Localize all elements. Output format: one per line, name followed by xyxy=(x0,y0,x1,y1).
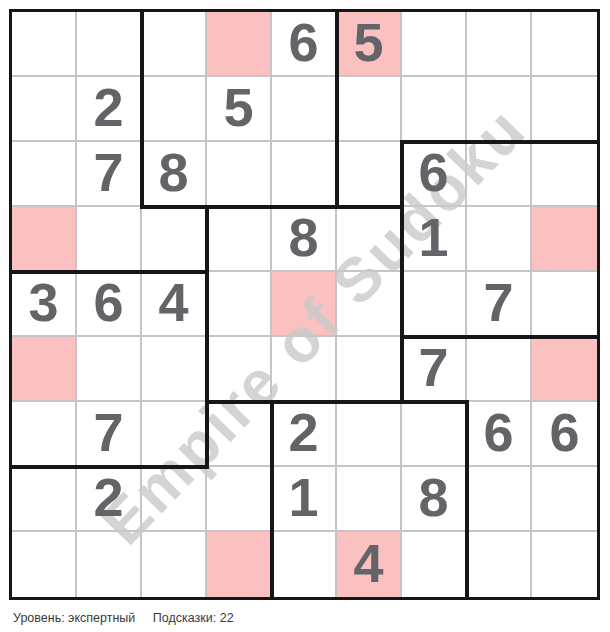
cell-r9c8[interactable] xyxy=(467,532,532,597)
cell-r2c8[interactable] xyxy=(467,77,532,142)
given-digit: 2 xyxy=(288,405,318,463)
given-digit: 2 xyxy=(93,470,123,528)
status-bar: Уровень: экспертный Подсказки: 22 xyxy=(13,611,234,625)
cell-r3c4[interactable] xyxy=(207,142,272,207)
cell-r5c5[interactable] xyxy=(272,272,337,337)
cell-r1c4[interactable] xyxy=(207,12,272,77)
level-label: Уровень: экспертный xyxy=(13,611,135,625)
given-digit: 4 xyxy=(158,275,188,333)
cell-r3c9[interactable] xyxy=(532,142,597,207)
cell-r9c6[interactable]: 4 xyxy=(337,532,402,597)
cell-r3c5[interactable] xyxy=(272,142,337,207)
sudoku-board: 6525786813647772662184 Empire of Sudoku xyxy=(9,9,600,600)
given-digit: 3 xyxy=(28,275,58,333)
cell-r8c9[interactable] xyxy=(532,467,597,532)
cell-r2c1[interactable] xyxy=(12,77,77,142)
cell-r5c6[interactable] xyxy=(337,272,402,337)
cell-r4c7[interactable]: 1 xyxy=(402,207,467,272)
cell-r1c2[interactable] xyxy=(77,12,142,77)
given-digit: 1 xyxy=(288,470,318,528)
cell-r2c4[interactable]: 5 xyxy=(207,77,272,142)
cell-r5c3[interactable]: 4 xyxy=(142,272,207,337)
cell-r3c8[interactable] xyxy=(467,142,532,207)
given-digit: 4 xyxy=(353,536,383,594)
cell-r5c7[interactable] xyxy=(402,272,467,337)
cell-r6c5[interactable] xyxy=(272,337,337,402)
cell-r7c3[interactable] xyxy=(142,402,207,467)
cell-r8c5[interactable]: 1 xyxy=(272,467,337,532)
cell-r8c7[interactable]: 8 xyxy=(402,467,467,532)
given-digit: 8 xyxy=(288,210,318,268)
cell-r8c8[interactable] xyxy=(467,467,532,532)
page: { "game": "jigsaw_sudoku", "board": { "s… xyxy=(0,0,610,632)
cell-r4c1[interactable] xyxy=(12,207,77,272)
cell-r8c4[interactable] xyxy=(207,467,272,532)
cell-r4c6[interactable] xyxy=(337,207,402,272)
given-digit: 7 xyxy=(93,405,123,463)
cell-r3c7[interactable]: 6 xyxy=(402,142,467,207)
cell-r8c2[interactable]: 2 xyxy=(77,467,142,532)
cell-r5c4[interactable] xyxy=(207,272,272,337)
cell-r7c5[interactable]: 2 xyxy=(272,402,337,467)
cell-r9c9[interactable] xyxy=(532,532,597,597)
cell-r7c8[interactable]: 6 xyxy=(467,402,532,467)
cell-r4c8[interactable] xyxy=(467,207,532,272)
given-digit: 6 xyxy=(549,405,579,463)
given-digit: 7 xyxy=(418,340,448,398)
cell-r6c2[interactable] xyxy=(77,337,142,402)
cell-r6c7[interactable]: 7 xyxy=(402,337,467,402)
cell-r5c2[interactable]: 6 xyxy=(77,272,142,337)
cell-r8c3[interactable] xyxy=(142,467,207,532)
cell-r5c8[interactable]: 7 xyxy=(467,272,532,337)
hints-label: Подсказки: 22 xyxy=(153,611,234,625)
cell-r1c1[interactable] xyxy=(12,12,77,77)
cell-r2c5[interactable] xyxy=(272,77,337,142)
cell-r6c4[interactable] xyxy=(207,337,272,402)
given-digit: 7 xyxy=(483,275,513,333)
cell-r8c1[interactable] xyxy=(12,467,77,532)
cell-r3c1[interactable] xyxy=(12,142,77,207)
cell-r2c3[interactable] xyxy=(142,77,207,142)
given-digit: 7 xyxy=(93,145,123,203)
cell-r9c7[interactable] xyxy=(402,532,467,597)
cell-r1c8[interactable] xyxy=(467,12,532,77)
cell-r7c6[interactable] xyxy=(337,402,402,467)
cell-r6c9[interactable] xyxy=(532,337,597,402)
cell-r2c7[interactable] xyxy=(402,77,467,142)
given-digit: 6 xyxy=(418,145,448,203)
cell-r1c7[interactable] xyxy=(402,12,467,77)
cell-r7c1[interactable] xyxy=(12,402,77,467)
given-digit: 5 xyxy=(223,80,253,138)
given-digit: 6 xyxy=(93,275,123,333)
cell-r9c2[interactable] xyxy=(77,532,142,597)
cell-r3c6[interactable] xyxy=(337,142,402,207)
cell-r3c3[interactable]: 8 xyxy=(142,142,207,207)
cell-r1c6[interactable]: 5 xyxy=(337,12,402,77)
cell-r1c3[interactable] xyxy=(142,12,207,77)
given-digit: 6 xyxy=(288,15,318,73)
cell-r4c3[interactable] xyxy=(142,207,207,272)
sudoku-grid: 6525786813647772662184 xyxy=(12,12,597,597)
cell-r4c9[interactable] xyxy=(532,207,597,272)
cell-r6c1[interactable] xyxy=(12,337,77,402)
cell-r6c6[interactable] xyxy=(337,337,402,402)
given-digit: 8 xyxy=(418,470,448,528)
cell-r4c4[interactable] xyxy=(207,207,272,272)
given-digit: 5 xyxy=(353,15,383,73)
cell-r5c9[interactable] xyxy=(532,272,597,337)
cell-r4c2[interactable] xyxy=(77,207,142,272)
cell-r9c4[interactable] xyxy=(207,532,272,597)
given-digit: 6 xyxy=(483,405,513,463)
given-digit: 8 xyxy=(158,145,188,203)
cell-r2c2[interactable]: 2 xyxy=(77,77,142,142)
cell-r6c3[interactable] xyxy=(142,337,207,402)
cell-r1c5[interactable]: 6 xyxy=(272,12,337,77)
cell-r9c3[interactable] xyxy=(142,532,207,597)
cell-r3c2[interactable]: 7 xyxy=(77,142,142,207)
cell-r5c1[interactable]: 3 xyxy=(12,272,77,337)
given-digit: 1 xyxy=(418,210,448,268)
cell-r2c6[interactable] xyxy=(337,77,402,142)
cell-r9c5[interactable] xyxy=(272,532,337,597)
given-digit: 2 xyxy=(93,80,123,138)
cell-r7c9[interactable]: 6 xyxy=(532,402,597,467)
cell-r1c9[interactable] xyxy=(532,12,597,77)
cell-r9c1[interactable] xyxy=(12,532,77,597)
cell-r7c2[interactable]: 7 xyxy=(77,402,142,467)
cell-r8c6[interactable] xyxy=(337,467,402,532)
cell-r2c9[interactable] xyxy=(532,77,597,142)
cell-r7c4[interactable] xyxy=(207,402,272,467)
cell-r4c5[interactable]: 8 xyxy=(272,207,337,272)
cell-r7c7[interactable] xyxy=(402,402,467,467)
cell-r6c8[interactable] xyxy=(467,337,532,402)
